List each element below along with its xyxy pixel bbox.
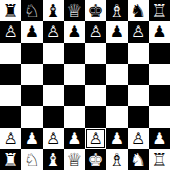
square-b3[interactable]: [21, 106, 42, 127]
piece-black-rook: ♖: [151, 0, 167, 21]
square-h1[interactable]: ♖: [149, 149, 170, 170]
piece-white-pawn: ♟: [152, 128, 166, 149]
square-g2[interactable]: ♙: [128, 128, 149, 149]
square-e7[interactable]: ♙: [85, 21, 106, 42]
square-d5[interactable]: [64, 64, 85, 85]
piece-black-pawn: ♙: [3, 21, 17, 42]
square-f8[interactable]: ♗: [106, 0, 127, 21]
chess-board: ♜♘♝♕♚♗♞♖♙♟♙♟♙♟♙♟♙♟♙♟♙♟♙♟♜♘♝♕♚♗♞♖: [0, 0, 170, 170]
square-g3[interactable]: [128, 106, 149, 127]
square-h7[interactable]: ♟: [149, 21, 170, 42]
piece-white-queen: ♕: [66, 149, 82, 170]
piece-white-knight: ♘: [24, 149, 40, 170]
square-c5[interactable]: [43, 64, 64, 85]
square-b8[interactable]: ♘: [21, 0, 42, 21]
square-b6[interactable]: [21, 43, 42, 64]
square-e5[interactable]: [85, 64, 106, 85]
piece-white-knight: ♞: [130, 149, 146, 170]
square-g8[interactable]: ♞: [128, 0, 149, 21]
square-c7[interactable]: ♙: [43, 21, 64, 42]
piece-black-pawn: ♟: [110, 21, 124, 42]
piece-black-pawn: ♟: [67, 21, 81, 42]
square-f7[interactable]: ♟: [106, 21, 127, 42]
square-g7[interactable]: ♙: [128, 21, 149, 42]
piece-black-pawn: ♟: [25, 21, 39, 42]
piece-white-pawn: ♟: [25, 128, 39, 149]
square-d4[interactable]: [64, 85, 85, 106]
piece-white-pawn: ♙: [131, 128, 145, 149]
square-a8[interactable]: ♜: [0, 0, 21, 21]
square-e3[interactable]: [85, 106, 106, 127]
square-c6[interactable]: [43, 43, 64, 64]
square-h6[interactable]: [149, 43, 170, 64]
square-a3[interactable]: [0, 106, 21, 127]
square-b2[interactable]: ♟: [21, 128, 42, 149]
piece-white-pawn: ♟: [67, 128, 81, 149]
square-f6[interactable]: [106, 43, 127, 64]
square-b7[interactable]: ♟: [21, 21, 42, 42]
square-h2[interactable]: ♟: [149, 128, 170, 149]
piece-black-pawn: ♙: [131, 21, 145, 42]
square-d6[interactable]: [64, 43, 85, 64]
square-f1[interactable]: ♗: [106, 149, 127, 170]
square-a5[interactable]: [0, 64, 21, 85]
piece-black-pawn: ♙: [88, 21, 102, 42]
piece-white-bishop: ♗: [109, 149, 125, 170]
piece-white-bishop: ♝: [45, 149, 61, 170]
piece-black-rook: ♜: [3, 0, 19, 21]
square-c4[interactable]: [43, 85, 64, 106]
square-h3[interactable]: [149, 106, 170, 127]
piece-black-bishop: ♝: [45, 0, 61, 21]
square-a4[interactable]: [0, 85, 21, 106]
square-a7[interactable]: ♙: [0, 21, 21, 42]
piece-black-bishop: ♗: [109, 0, 125, 21]
square-g5[interactable]: [128, 64, 149, 85]
piece-black-queen: ♕: [66, 0, 82, 21]
square-d7[interactable]: ♟: [64, 21, 85, 42]
square-c1[interactable]: ♝: [43, 149, 64, 170]
square-e2-cursor[interactable]: ♙: [85, 128, 106, 149]
piece-black-knight: ♘: [24, 0, 40, 21]
square-e1[interactable]: ♚: [85, 149, 106, 170]
piece-white-pawn: ♙: [46, 128, 60, 149]
square-a6[interactable]: [0, 43, 21, 64]
piece-white-pawn: ♙: [88, 128, 102, 149]
square-h5[interactable]: [149, 64, 170, 85]
square-a1[interactable]: ♜: [0, 149, 21, 170]
square-f5[interactable]: [106, 64, 127, 85]
piece-white-pawn: ♙: [3, 128, 17, 149]
square-h8[interactable]: ♖: [149, 0, 170, 21]
square-f4[interactable]: [106, 85, 127, 106]
square-d3[interactable]: [64, 106, 85, 127]
square-f3[interactable]: [106, 106, 127, 127]
piece-white-rook: ♖: [151, 149, 167, 170]
square-e8[interactable]: ♚: [85, 0, 106, 21]
piece-black-pawn: ♙: [46, 21, 60, 42]
square-b4[interactable]: [21, 85, 42, 106]
square-c3[interactable]: [43, 106, 64, 127]
piece-black-pawn: ♟: [152, 21, 166, 42]
piece-black-knight: ♞: [130, 0, 146, 21]
square-a2[interactable]: ♙: [0, 128, 21, 149]
square-e4[interactable]: [85, 85, 106, 106]
piece-white-king: ♚: [88, 149, 104, 170]
square-h4[interactable]: [149, 85, 170, 106]
square-c2[interactable]: ♙: [43, 128, 64, 149]
square-f2[interactable]: ♟: [106, 128, 127, 149]
square-d2[interactable]: ♟: [64, 128, 85, 149]
square-g4[interactable]: [128, 85, 149, 106]
square-g6[interactable]: [128, 43, 149, 64]
square-e6[interactable]: [85, 43, 106, 64]
square-g1[interactable]: ♞: [128, 149, 149, 170]
square-d8[interactable]: ♕: [64, 0, 85, 21]
square-c8[interactable]: ♝: [43, 0, 64, 21]
piece-white-pawn: ♟: [110, 128, 124, 149]
square-d1[interactable]: ♕: [64, 149, 85, 170]
square-b5[interactable]: [21, 64, 42, 85]
piece-black-king: ♚: [88, 0, 104, 21]
piece-white-rook: ♜: [3, 149, 19, 170]
square-b1[interactable]: ♘: [21, 149, 42, 170]
